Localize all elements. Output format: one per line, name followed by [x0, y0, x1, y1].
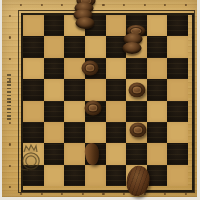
checker-glyph: ⛂ — [76, 17, 95, 29]
checker-piece-fallen[interactable]: ⛂ — [124, 164, 152, 198]
checker-piece-disc[interactable]: ⛂ — [85, 101, 102, 116]
checker-glyph: ⛂ — [85, 101, 102, 116]
board-photo: ⛂⛂⛂⛂⛂⛂⛂⛂⛂⛂⛂⛂⛂ — [0, 0, 200, 200]
checker-piece-disc[interactable]: ⛂ — [129, 83, 146, 98]
checker-glyph: ⛂ — [124, 164, 152, 198]
checker-stack-piece[interactable]: ⛂ — [76, 17, 95, 29]
checker-stack-piece[interactable]: ⛂ — [123, 42, 142, 54]
checker-piece-disc[interactable]: ⛂ — [82, 61, 99, 76]
pieces-layer: ⛂⛂⛂⛂⛂⛂⛂⛂⛂⛂⛂⛂⛂ — [2, 0, 197, 197]
checker-piece-disc[interactable]: ⛂ — [130, 123, 147, 138]
checker-glyph: ⛂ — [84, 142, 100, 165]
wooden-board: ⛂⛂⛂⛂⛂⛂⛂⛂⛂⛂⛂⛂⛂ — [2, 0, 197, 197]
checker-glyph: ⛂ — [123, 42, 142, 54]
checker-piece-tipped[interactable]: ⛂ — [84, 142, 100, 165]
checker-glyph: ⛂ — [82, 61, 99, 76]
checker-glyph: ⛂ — [129, 83, 146, 98]
checker-glyph: ⛂ — [130, 123, 147, 138]
